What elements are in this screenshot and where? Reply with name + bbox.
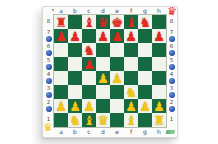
square-a7[interactable]: ♟	[54, 29, 68, 43]
red-pawn-piece[interactable]: ♟	[55, 30, 67, 43]
yellow-pawn-piece[interactable]: ♟	[97, 72, 109, 85]
rank-label-5: 5	[47, 58, 51, 64]
file-label-g: g	[138, 7, 152, 15]
file-label-b: b	[68, 7, 82, 15]
yellow-pawn-piece[interactable]: ♟	[55, 100, 67, 113]
square-d2[interactable]	[96, 99, 110, 113]
square-g6[interactable]	[138, 43, 152, 57]
square-f1[interactable]: ♝	[124, 113, 138, 127]
red-knight-piece[interactable]: ♞	[83, 44, 95, 57]
file-label-f: f	[124, 127, 138, 137]
rank-cell-8: 8	[43, 15, 54, 29]
yellow-knight-piece[interactable]: ♞	[69, 114, 81, 127]
square-d3[interactable]	[96, 85, 110, 99]
square-a5[interactable]	[54, 57, 68, 71]
rank-cell-5: 5	[43, 57, 54, 71]
square-c6[interactable]: ♞	[82, 43, 96, 57]
square-g7[interactable]	[138, 29, 152, 43]
square-f2[interactable]: ♟	[124, 99, 138, 113]
blue-magnet-disc	[169, 64, 175, 70]
file-labels-top: abcdefgh	[54, 7, 166, 15]
red-rook-piece[interactable]: ♜	[55, 16, 67, 29]
rank-label-1: 1	[170, 117, 174, 123]
yellow-pawn-piece[interactable]: ♟	[153, 100, 165, 113]
square-b4[interactable]	[68, 71, 82, 85]
square-f7[interactable]: ♟	[124, 29, 138, 43]
blue-magnet-disc	[169, 92, 175, 98]
file-label-e: e	[110, 127, 124, 137]
red-pawn-piece[interactable]: ♟	[97, 30, 109, 43]
square-a4[interactable]	[54, 71, 68, 85]
square-h2[interactable]: ♟	[152, 99, 166, 113]
rank-cell-3: 3	[43, 85, 54, 99]
red-bishop-piece[interactable]: ♝	[125, 16, 137, 29]
yellow-bishop-piece[interactable]: ♝	[83, 114, 95, 127]
file-label-b: b	[68, 127, 82, 137]
yellow-pawn-piece[interactable]: ♟	[125, 100, 137, 113]
blue-magnet-disc	[46, 106, 52, 112]
yellow-pawn-piece[interactable]: ♟	[111, 72, 123, 85]
square-c4[interactable]	[82, 71, 96, 85]
file-label-c: c	[82, 7, 96, 15]
rank-cell-4: 4	[166, 71, 177, 85]
rank-label-8: 8	[47, 19, 51, 25]
file-label-e: e	[110, 7, 124, 15]
square-f8[interactable]: ♝	[124, 15, 138, 29]
square-e2[interactable]	[110, 99, 124, 113]
blue-magnet-disc	[46, 78, 52, 84]
rank-cell-3: 3	[166, 85, 177, 99]
square-e6[interactable]	[110, 43, 124, 57]
square-c1[interactable]: ♝	[82, 113, 96, 127]
red-pawn-piece[interactable]: ♟	[69, 30, 81, 43]
rank-labels-left: 87654321	[43, 15, 54, 127]
square-g4[interactable]	[138, 71, 152, 85]
rank-label-6: 6	[170, 44, 174, 50]
red-pawn-piece[interactable]: ♟	[125, 30, 137, 43]
square-h1[interactable]: ♜	[152, 113, 166, 127]
rank-cell-7: 7	[43, 29, 54, 43]
rank-label-4: 4	[170, 72, 174, 78]
demo-chess-board: abcdefgh 87654321 ♜♝♛♚♝♞♟♟♟♟♟♟♞♟♟♟♞♟♟♟♟♟…	[42, 6, 178, 138]
rank-cell-4: 4	[43, 71, 54, 85]
blue-magnet-disc	[46, 36, 52, 42]
square-h8[interactable]	[152, 15, 166, 29]
square-h3[interactable]	[152, 85, 166, 99]
rank-cell-5: 5	[166, 57, 177, 71]
square-d7[interactable]: ♟	[96, 29, 110, 43]
file-label-c: c	[82, 127, 96, 137]
spare-yellow-queen-icon: ♛	[42, 122, 53, 134]
chess-board-squares: ♜♝♛♚♝♞♟♟♟♟♟♟♞♟♟♟♞♟♟♟♟♟♟♞♝♛♝♜	[54, 15, 166, 127]
rank-label-4: 4	[47, 72, 51, 78]
red-bishop-piece[interactable]: ♝	[83, 16, 95, 29]
square-b1[interactable]: ♞	[68, 113, 82, 127]
square-g3[interactable]	[138, 85, 152, 99]
square-d6[interactable]	[96, 43, 110, 57]
square-a2[interactable]: ♟	[54, 99, 68, 113]
red-queen-piece[interactable]: ♛	[97, 16, 109, 29]
yellow-bishop-piece[interactable]: ♝	[125, 114, 137, 127]
yellow-pawn-piece[interactable]: ♟	[69, 100, 81, 113]
blue-magnet-disc	[169, 106, 175, 112]
blue-magnet-disc	[46, 50, 52, 56]
file-label-f: f	[124, 7, 138, 15]
yellow-pawn-piece[interactable]: ♟	[139, 100, 151, 113]
rank-label-3: 3	[47, 86, 51, 92]
square-d4[interactable]: ♟	[96, 71, 110, 85]
square-a3[interactable]	[54, 85, 68, 99]
square-e5[interactable]	[110, 57, 124, 71]
square-e4[interactable]: ♟	[110, 71, 124, 85]
red-pawn-piece[interactable]: ♟	[83, 58, 95, 71]
file-label-d: d	[96, 7, 110, 15]
rank-cell-6: 6	[166, 43, 177, 57]
square-h4[interactable]	[152, 71, 166, 85]
rank-label-3: 3	[170, 86, 174, 92]
square-e8[interactable]: ♚	[110, 15, 124, 29]
pin-dot	[52, 9, 54, 11]
blue-magnet-disc	[46, 64, 52, 70]
square-a8[interactable]: ♜	[54, 15, 68, 29]
square-b2[interactable]: ♟	[68, 99, 82, 113]
rank-cell-2: 2	[43, 99, 54, 113]
blue-magnet-disc	[169, 36, 175, 42]
rank-cell-1: 1	[166, 113, 177, 127]
brand-logo	[166, 130, 176, 134]
square-h6[interactable]	[152, 43, 166, 57]
square-e7[interactable]: ♟	[110, 29, 124, 43]
yellow-queen-piece[interactable]: ♛	[97, 114, 109, 127]
rank-label-2: 2	[170, 100, 174, 106]
file-label-h: h	[152, 127, 166, 137]
rank-labels-right: 87654321	[166, 15, 177, 127]
square-b6[interactable]	[68, 43, 82, 57]
square-c3[interactable]	[82, 85, 96, 99]
square-h5[interactable]	[152, 57, 166, 71]
square-f6[interactable]	[124, 43, 138, 57]
square-e1[interactable]	[110, 113, 124, 127]
square-c8[interactable]: ♝	[82, 15, 96, 29]
square-f3[interactable]: ♞	[124, 85, 138, 99]
rank-label-2: 2	[47, 100, 51, 106]
square-a6[interactable]	[54, 43, 68, 57]
square-b3[interactable]	[68, 85, 82, 99]
square-f4[interactable]	[124, 71, 138, 85]
rank-cell-7: 7	[166, 29, 177, 43]
square-c2[interactable]: ♟	[82, 99, 96, 113]
square-g8[interactable]: ♞	[138, 15, 152, 29]
square-d1[interactable]: ♛	[96, 113, 110, 127]
file-label-g: g	[138, 127, 152, 137]
red-knight-piece[interactable]: ♞	[139, 16, 151, 29]
file-label-d: d	[96, 127, 110, 137]
square-d5[interactable]	[96, 57, 110, 71]
blue-magnet-disc	[169, 78, 175, 84]
square-a1[interactable]	[54, 113, 68, 127]
square-b7[interactable]: ♟	[68, 29, 82, 43]
blue-magnet-disc	[46, 92, 52, 98]
rank-cell-6: 6	[43, 43, 54, 57]
product-photo: abcdefgh 87654321 ♜♝♛♚♝♞♟♟♟♟♟♟♞♟♟♟♞♟♟♟♟♟…	[0, 0, 218, 144]
rank-label-5: 5	[170, 58, 174, 64]
red-pawn-piece[interactable]: ♟	[153, 30, 165, 43]
square-g1[interactable]	[138, 113, 152, 127]
blue-magnet-disc	[169, 50, 175, 56]
yellow-pawn-piece[interactable]: ♟	[83, 100, 95, 113]
rank-label-8: 8	[170, 19, 174, 25]
file-label-a: a	[54, 127, 68, 137]
square-d8[interactable]: ♛	[96, 15, 110, 29]
red-pawn-piece[interactable]: ♟	[111, 30, 123, 43]
square-e3[interactable]	[110, 85, 124, 99]
yellow-rook-piece[interactable]: ♜	[153, 114, 165, 127]
square-f5[interactable]	[124, 57, 138, 71]
yellow-knight-piece[interactable]: ♞	[125, 86, 137, 99]
square-c5[interactable]: ♟	[82, 57, 96, 71]
rank-label-7: 7	[47, 30, 51, 36]
square-h7[interactable]: ♟	[152, 29, 166, 43]
file-label-a: a	[54, 7, 68, 15]
square-g5[interactable]	[138, 57, 152, 71]
square-b5[interactable]	[68, 57, 82, 71]
red-king-piece[interactable]: ♚	[111, 16, 123, 29]
rank-label-7: 7	[170, 30, 174, 36]
spare-red-queen-icon: ♛	[166, 5, 177, 17]
file-labels-bottom: abcdefgh	[54, 127, 166, 137]
rank-label-6: 6	[47, 44, 51, 50]
square-c7[interactable]	[82, 29, 96, 43]
square-b8[interactable]	[68, 15, 82, 29]
file-label-h: h	[152, 7, 166, 15]
square-g2[interactable]: ♟	[138, 99, 152, 113]
rank-cell-2: 2	[166, 99, 177, 113]
